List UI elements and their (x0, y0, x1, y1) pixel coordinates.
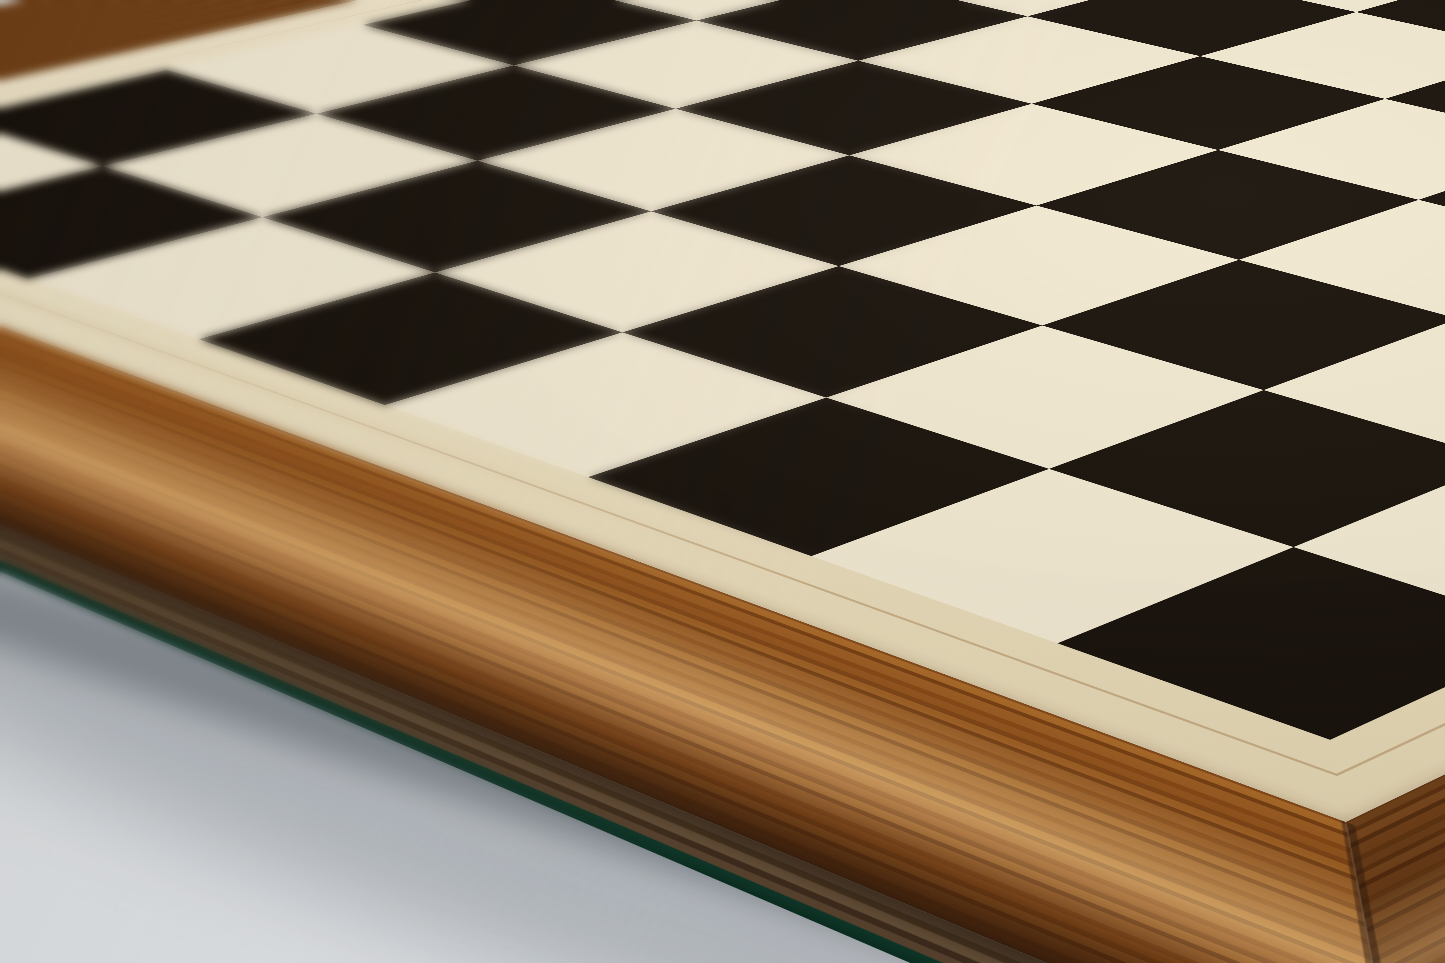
chess-board (0, 0, 1445, 963)
square-e2 (622, 266, 1042, 397)
square-f4 (1239, 200, 1445, 319)
square-c2 (262, 161, 651, 273)
square-g3 (1264, 319, 1445, 461)
square-h2 (1293, 461, 1445, 634)
square-d3 (651, 155, 1036, 266)
scene (0, 0, 1445, 963)
square-f5 (1419, 145, 1445, 254)
square-e3 (839, 206, 1239, 326)
square-g2 (1049, 390, 1445, 547)
square-e4 (1037, 150, 1419, 260)
square-f2 (826, 325, 1263, 468)
product-photo (0, 0, 1445, 963)
square-f3 (1042, 260, 1445, 390)
square-d2 (435, 211, 839, 332)
